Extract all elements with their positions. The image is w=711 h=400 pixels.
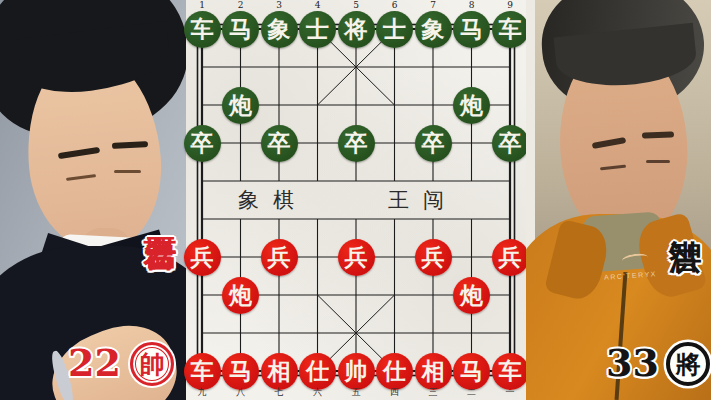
file-label: 1 — [191, 0, 213, 10]
xiangqi-piece-green[interactable]: 象 — [415, 11, 452, 48]
file-label: 3 — [268, 0, 290, 10]
left-player-eye — [114, 170, 141, 173]
xiangqi-piece-green[interactable]: 将 — [338, 11, 375, 48]
left-player-score: 22 — [68, 340, 121, 385]
file-label: 六 — [307, 386, 329, 399]
river-label-right: 王闯 — [388, 186, 458, 214]
right-player-photo: ARC'TERYX 洪智 33 將 — [526, 0, 711, 400]
file-label: 三 — [422, 386, 444, 399]
xiangqi-piece-green[interactable]: 马 — [222, 11, 259, 48]
file-label: 二 — [461, 386, 483, 399]
xiangqi-piece-red[interactable]: 兵 — [415, 239, 452, 276]
xiangqi-piece-red[interactable]: 兵 — [338, 239, 375, 276]
file-label: 9 — [499, 0, 521, 10]
xiangqi-piece-green[interactable]: 卒 — [492, 125, 529, 162]
file-label: 五 — [345, 386, 367, 399]
xiangqi-piece-red[interactable]: 炮 — [453, 277, 490, 314]
xiangqi-piece-red[interactable]: 相 — [261, 353, 298, 390]
xiangqi-piece-red[interactable]: 相 — [415, 353, 452, 390]
file-label: 4 — [307, 0, 329, 10]
screenshot-root: 曹岩磊 22 帥 — [0, 0, 711, 400]
xiangqi-piece-red[interactable]: 兵 — [184, 239, 221, 276]
xiangqi-piece-red[interactable]: 兵 — [261, 239, 298, 276]
file-label: 九 — [191, 386, 213, 399]
xiangqi-piece-red[interactable]: 帅 — [338, 353, 375, 390]
xiangqi-piece-red[interactable]: 炮 — [222, 277, 259, 314]
xiangqi-piece-red[interactable]: 车 — [184, 353, 221, 390]
xiangqi-piece-green[interactable]: 士 — [299, 11, 336, 48]
xiangqi-piece-green[interactable]: 车 — [492, 11, 529, 48]
xiangqi-piece-red[interactable]: 仕 — [376, 353, 413, 390]
xiangqi-piece-green[interactable]: 卒 — [261, 125, 298, 162]
xiangqi-piece-red[interactable]: 兵 — [492, 239, 529, 276]
file-label: 八 — [230, 386, 252, 399]
right-player-eyebrow — [642, 131, 674, 138]
file-label: 8 — [461, 0, 483, 10]
xiangqi-board[interactable]: 123456789 象棋 王闯 车马象士将士象马车炮炮卒卒卒卒卒兵兵兵兵兵炮炮车… — [186, 0, 526, 400]
river-label-left: 象棋 — [238, 186, 308, 214]
file-label: 5 — [345, 0, 367, 10]
right-player-score: 33 — [606, 340, 659, 385]
xiangqi-piece-green[interactable]: 车 — [184, 11, 221, 48]
black-general-badge: 將 — [666, 342, 710, 386]
file-label: 一 — [499, 386, 521, 399]
file-label: 6 — [384, 0, 406, 10]
xiangqi-piece-green[interactable]: 卒 — [338, 125, 375, 162]
file-label: 七 — [268, 386, 290, 399]
red-general-badge: 帥 — [130, 342, 174, 386]
xiangqi-piece-green[interactable]: 马 — [453, 11, 490, 48]
xiangqi-piece-red[interactable]: 仕 — [299, 353, 336, 390]
xiangqi-piece-red[interactable]: 马 — [222, 353, 259, 390]
xiangqi-piece-red[interactable]: 马 — [453, 353, 490, 390]
file-label: 四 — [384, 386, 406, 399]
file-label: 7 — [422, 0, 444, 10]
xiangqi-piece-red[interactable]: 车 — [492, 353, 529, 390]
xiangqi-piece-green[interactable]: 炮 — [453, 87, 490, 124]
xiangqi-piece-green[interactable]: 卒 — [415, 125, 452, 162]
left-player-photo: 曹岩磊 22 帥 — [0, 0, 186, 400]
right-player-eye — [646, 160, 670, 163]
xiangqi-piece-green[interactable]: 卒 — [184, 125, 221, 162]
xiangqi-piece-green[interactable]: 炮 — [222, 87, 259, 124]
xiangqi-piece-green[interactable]: 士 — [376, 11, 413, 48]
xiangqi-piece-green[interactable]: 象 — [261, 11, 298, 48]
file-label: 2 — [230, 0, 252, 10]
board-grid — [186, 0, 526, 400]
